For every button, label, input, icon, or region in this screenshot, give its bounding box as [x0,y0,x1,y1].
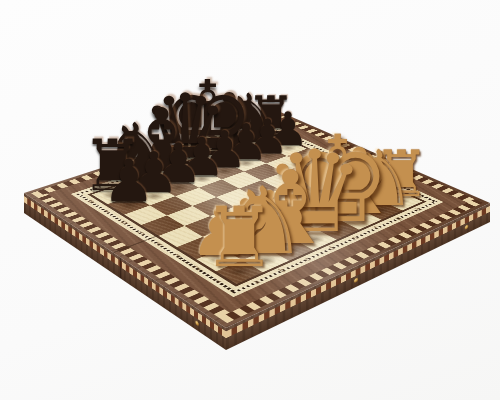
piece-white-rook-a1[interactable]: ♜ [203,197,277,279]
brass-hinge-pin [195,320,198,326]
brass-hinge-pin [354,277,358,283]
piece-black-pawn-a7[interactable]: ♟ [103,152,155,210]
brass-hinge-pin [465,224,469,229]
scene: abcdefgh 87654321 ♜♞♝♛♚♝♞♜♟♟♟♟♟♟♟♟♟♟♟♟♟♟… [0,0,500,400]
fold-seam-side [120,257,121,279]
